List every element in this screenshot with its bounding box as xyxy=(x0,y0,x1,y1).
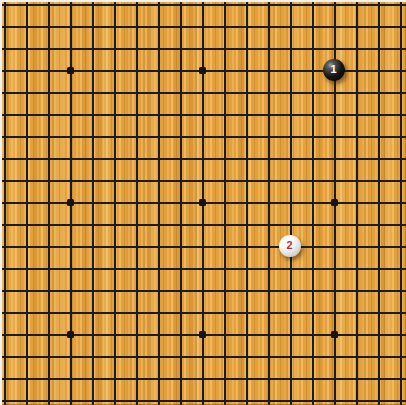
go-board[interactable]: 12 xyxy=(0,0,406,405)
grid-vertical-line xyxy=(114,2,116,405)
grid-horizontal-line xyxy=(2,4,406,6)
grid-horizontal-line xyxy=(2,378,406,380)
stone-black-1[interactable]: 1 xyxy=(323,59,345,81)
grid-vertical-line xyxy=(378,2,380,405)
grid-horizontal-line xyxy=(2,180,406,182)
grid-vertical-line xyxy=(290,2,292,405)
grid-horizontal-line xyxy=(2,26,406,28)
grid-horizontal-line xyxy=(2,158,406,160)
star-point xyxy=(199,331,206,338)
grid-horizontal-line xyxy=(2,312,406,314)
grid-vertical-line xyxy=(180,2,182,405)
grid-vertical-line xyxy=(92,2,94,405)
grid-horizontal-line xyxy=(2,92,406,94)
star-point xyxy=(67,67,74,74)
grid-vertical-line xyxy=(268,2,270,405)
grid-vertical-line xyxy=(356,2,358,405)
grid-horizontal-line xyxy=(2,136,406,138)
star-point xyxy=(331,331,338,338)
grid-horizontal-line xyxy=(2,290,406,292)
star-point xyxy=(331,199,338,206)
star-point xyxy=(199,199,206,206)
grid-horizontal-line xyxy=(2,48,406,50)
grid-vertical-line xyxy=(26,2,28,405)
grid-vertical-line xyxy=(48,2,50,405)
grid-horizontal-line xyxy=(2,356,406,358)
star-point xyxy=(199,67,206,74)
grid-vertical-line xyxy=(400,2,402,405)
stone-move-number: 1 xyxy=(330,64,336,75)
grid-vertical-line xyxy=(224,2,226,405)
grid-vertical-line xyxy=(4,2,6,405)
grid-horizontal-line xyxy=(2,400,406,402)
grid-horizontal-line xyxy=(2,114,406,116)
grid-horizontal-line xyxy=(2,224,406,226)
grid-vertical-line xyxy=(312,2,314,405)
stone-move-number: 2 xyxy=(286,240,292,251)
grid-vertical-line xyxy=(158,2,160,405)
grid-vertical-line xyxy=(246,2,248,405)
star-point xyxy=(67,199,74,206)
grid-horizontal-line xyxy=(2,268,406,270)
grid-horizontal-line xyxy=(2,246,406,248)
stone-white-2[interactable]: 2 xyxy=(279,235,301,257)
grid-vertical-line xyxy=(136,2,138,405)
star-point xyxy=(67,331,74,338)
